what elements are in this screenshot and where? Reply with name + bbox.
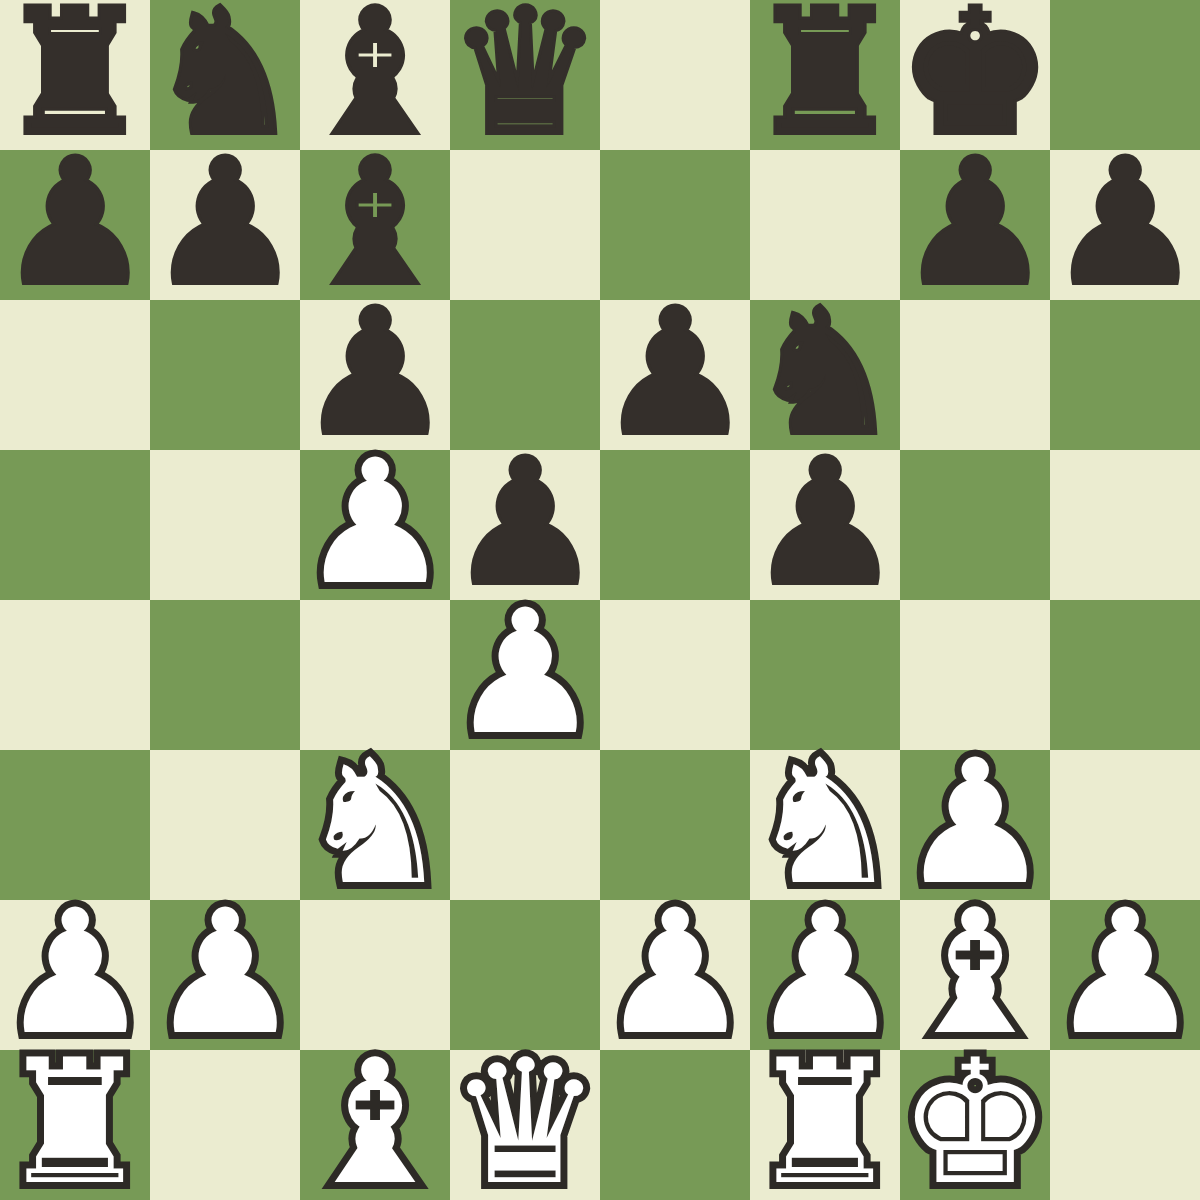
white-rook-a1[interactable] bbox=[0, 1050, 150, 1200]
white-rook-f1[interactable] bbox=[750, 1050, 900, 1200]
black-pawn-a7[interactable] bbox=[0, 150, 150, 300]
white-queen-d1[interactable] bbox=[450, 1050, 600, 1200]
square-d4[interactable] bbox=[450, 600, 600, 750]
square-g5[interactable] bbox=[900, 450, 1050, 600]
square-d8[interactable] bbox=[450, 0, 600, 150]
square-h5[interactable] bbox=[1050, 450, 1200, 600]
white-knight-c3[interactable] bbox=[300, 750, 450, 900]
square-h7[interactable] bbox=[1050, 150, 1200, 300]
square-e8[interactable] bbox=[600, 0, 750, 150]
square-g1[interactable] bbox=[900, 1050, 1050, 1200]
square-a5[interactable] bbox=[0, 450, 150, 600]
square-f5[interactable] bbox=[750, 450, 900, 600]
square-f1[interactable] bbox=[750, 1050, 900, 1200]
square-b5[interactable] bbox=[150, 450, 300, 600]
square-h2[interactable] bbox=[1050, 900, 1200, 1050]
white-pawn-e2[interactable] bbox=[600, 900, 750, 1050]
square-b6[interactable] bbox=[150, 300, 300, 450]
square-h1[interactable] bbox=[1050, 1050, 1200, 1200]
square-e5[interactable] bbox=[600, 450, 750, 600]
square-a7[interactable] bbox=[0, 150, 150, 300]
square-h6[interactable] bbox=[1050, 300, 1200, 450]
black-pawn-b7[interactable] bbox=[150, 150, 300, 300]
white-pawn-h2[interactable] bbox=[1050, 900, 1200, 1050]
black-queen-d8[interactable] bbox=[450, 0, 600, 150]
square-c1[interactable] bbox=[300, 1050, 450, 1200]
black-pawn-e6[interactable] bbox=[600, 300, 750, 450]
black-rook-f8[interactable] bbox=[750, 0, 900, 150]
white-pawn-c5[interactable] bbox=[300, 450, 450, 600]
square-b1[interactable] bbox=[150, 1050, 300, 1200]
square-e6[interactable] bbox=[600, 300, 750, 450]
white-pawn-b2[interactable] bbox=[150, 900, 300, 1050]
square-c3[interactable] bbox=[300, 750, 450, 900]
black-pawn-g7[interactable] bbox=[900, 150, 1050, 300]
square-a4[interactable] bbox=[0, 600, 150, 750]
square-d7[interactable] bbox=[450, 150, 600, 300]
black-pawn-h7[interactable] bbox=[1050, 150, 1200, 300]
chess-board bbox=[0, 0, 1200, 1200]
square-e4[interactable] bbox=[600, 600, 750, 750]
square-a1[interactable] bbox=[0, 1050, 150, 1200]
square-c5[interactable] bbox=[300, 450, 450, 600]
square-b2[interactable] bbox=[150, 900, 300, 1050]
square-b4[interactable] bbox=[150, 600, 300, 750]
square-h4[interactable] bbox=[1050, 600, 1200, 750]
square-a6[interactable] bbox=[0, 300, 150, 450]
white-king-g1[interactable] bbox=[900, 1050, 1050, 1200]
square-g6[interactable] bbox=[900, 300, 1050, 450]
square-e2[interactable] bbox=[600, 900, 750, 1050]
square-e1[interactable] bbox=[600, 1050, 750, 1200]
white-pawn-d4[interactable] bbox=[450, 600, 600, 750]
black-pawn-f5[interactable] bbox=[750, 450, 900, 600]
square-d3[interactable] bbox=[450, 750, 600, 900]
square-f8[interactable] bbox=[750, 0, 900, 150]
square-g7[interactable] bbox=[900, 150, 1050, 300]
square-d1[interactable] bbox=[450, 1050, 600, 1200]
square-b7[interactable] bbox=[150, 150, 300, 300]
white-bishop-c1[interactable] bbox=[300, 1050, 450, 1200]
